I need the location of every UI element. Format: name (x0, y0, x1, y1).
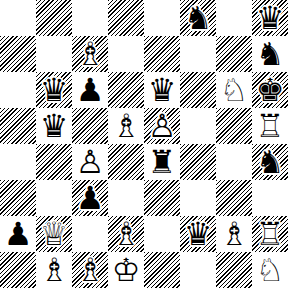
piece-white-bishop[interactable]: ♗ (36, 252, 72, 288)
piece-black-queen[interactable]: ♛ (36, 72, 72, 108)
square-a6[interactable] (0, 72, 36, 108)
piece-black-rook[interactable]: ♜ (144, 144, 180, 180)
piece-white-knight[interactable]: ♘ (216, 72, 252, 108)
square-b2[interactable]: ♛♕ (36, 216, 72, 252)
piece-white-pawn[interactable]: ♙ (72, 144, 108, 180)
square-f7[interactable] (180, 36, 216, 72)
square-d4[interactable] (108, 144, 144, 180)
square-e3[interactable] (144, 180, 180, 216)
square-b1[interactable]: ♝♗ (36, 252, 72, 288)
square-d3[interactable] (108, 180, 144, 216)
piece-white-queen[interactable]: ♕ (36, 216, 72, 252)
square-c6[interactable]: ♟♟ (72, 72, 108, 108)
square-f3[interactable] (180, 180, 216, 216)
square-c7[interactable]: ♝♗ (72, 36, 108, 72)
square-d7[interactable] (108, 36, 144, 72)
square-d5[interactable]: ♝♗ (108, 108, 144, 144)
square-h4[interactable]: ♞♞ (252, 144, 288, 180)
piece-black-pawn[interactable]: ♟ (0, 216, 36, 252)
square-e1[interactable] (144, 252, 180, 288)
square-f2[interactable]: ♛♛ (180, 216, 216, 252)
piece-black-queen[interactable]: ♛ (180, 216, 216, 252)
square-a2[interactable]: ♟♟ (0, 216, 36, 252)
square-e2[interactable] (144, 216, 180, 252)
piece-black-knight[interactable]: ♞ (252, 144, 288, 180)
piece-white-rook[interactable]: ♖ (252, 108, 288, 144)
square-f5[interactable] (180, 108, 216, 144)
square-b8[interactable] (36, 0, 72, 36)
piece-white-rook[interactable]: ♖ (252, 216, 288, 252)
piece-black-pawn[interactable]: ♟ (72, 72, 108, 108)
square-c1[interactable]: ♝♗ (72, 252, 108, 288)
square-f1[interactable] (180, 252, 216, 288)
square-h5[interactable]: ♜♖ (252, 108, 288, 144)
chess-board: ♞♞♛♛♝♗♞♞♛♛♟♟♛♛♞♘♚♚♛♛♝♗♟♙♜♖♟♙♜♜♞♞♟♟♟♟♛♕♝♗… (0, 0, 288, 288)
square-f4[interactable] (180, 144, 216, 180)
square-b4[interactable] (36, 144, 72, 180)
square-f6[interactable] (180, 72, 216, 108)
piece-white-bishop[interactable]: ♗ (108, 216, 144, 252)
square-e6[interactable]: ♛♛ (144, 72, 180, 108)
square-h8[interactable]: ♛♛ (252, 0, 288, 36)
square-h1[interactable]: ♞♘ (252, 252, 288, 288)
square-h6[interactable]: ♚♚ (252, 72, 288, 108)
piece-black-queen[interactable]: ♛ (144, 72, 180, 108)
piece-black-queen[interactable]: ♛ (36, 108, 72, 144)
square-e8[interactable] (144, 0, 180, 36)
piece-white-bishop[interactable]: ♗ (72, 36, 108, 72)
square-d8[interactable] (108, 0, 144, 36)
piece-white-pawn[interactable]: ♙ (144, 108, 180, 144)
square-a4[interactable] (0, 144, 36, 180)
square-c4[interactable]: ♟♙ (72, 144, 108, 180)
square-d2[interactable]: ♝♗ (108, 216, 144, 252)
piece-black-king[interactable]: ♚ (252, 72, 288, 108)
square-g7[interactable] (216, 36, 252, 72)
square-b5[interactable]: ♛♛ (36, 108, 72, 144)
square-d6[interactable] (108, 72, 144, 108)
piece-white-bishop[interactable]: ♗ (216, 216, 252, 252)
piece-white-king[interactable]: ♔ (108, 252, 144, 288)
square-f8[interactable]: ♞♞ (180, 0, 216, 36)
square-g2[interactable]: ♝♗ (216, 216, 252, 252)
piece-white-bishop[interactable]: ♗ (72, 252, 108, 288)
piece-white-knight[interactable]: ♘ (252, 252, 288, 288)
square-b3[interactable] (36, 180, 72, 216)
square-e5[interactable]: ♟♙ (144, 108, 180, 144)
square-e4[interactable]: ♜♜ (144, 144, 180, 180)
square-c5[interactable] (72, 108, 108, 144)
square-g3[interactable] (216, 180, 252, 216)
piece-black-queen[interactable]: ♛ (252, 0, 288, 36)
square-h3[interactable] (252, 180, 288, 216)
square-g5[interactable] (216, 108, 252, 144)
piece-black-knight[interactable]: ♞ (180, 0, 216, 36)
square-c8[interactable] (72, 0, 108, 36)
square-g4[interactable] (216, 144, 252, 180)
square-h2[interactable]: ♜♖ (252, 216, 288, 252)
square-b7[interactable] (36, 36, 72, 72)
square-g1[interactable] (216, 252, 252, 288)
square-e7[interactable] (144, 36, 180, 72)
piece-black-pawn[interactable]: ♟ (72, 180, 108, 216)
square-g6[interactable]: ♞♘ (216, 72, 252, 108)
square-a8[interactable] (0, 0, 36, 36)
square-a5[interactable] (0, 108, 36, 144)
piece-white-bishop[interactable]: ♗ (108, 108, 144, 144)
square-h7[interactable]: ♞♞ (252, 36, 288, 72)
piece-black-knight[interactable]: ♞ (252, 36, 288, 72)
square-c2[interactable] (72, 216, 108, 252)
square-a7[interactable] (0, 36, 36, 72)
square-a3[interactable] (0, 180, 36, 216)
square-b6[interactable]: ♛♛ (36, 72, 72, 108)
square-g8[interactable] (216, 0, 252, 36)
square-a1[interactable] (0, 252, 36, 288)
square-d1[interactable]: ♚♔ (108, 252, 144, 288)
square-c3[interactable]: ♟♟ (72, 180, 108, 216)
